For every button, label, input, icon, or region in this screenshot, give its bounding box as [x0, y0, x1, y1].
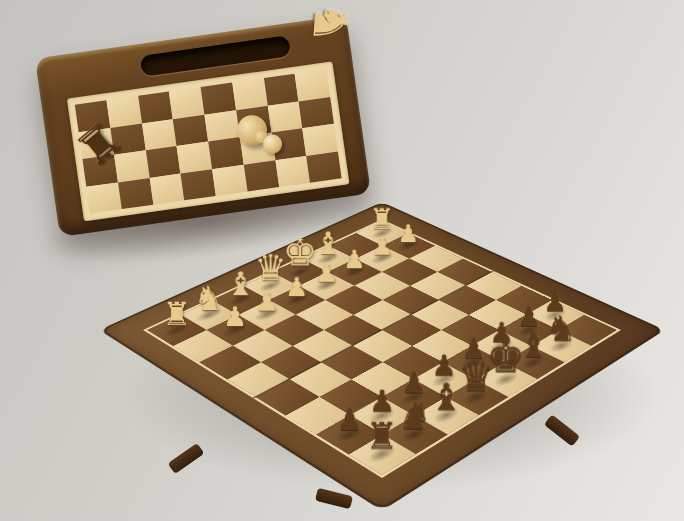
- magnetic-white-knight-piece[interactable]: ♞: [306, 0, 357, 46]
- piece-white-pawn[interactable]: ♟: [205, 303, 265, 330]
- case-square: [306, 151, 341, 183]
- case-square: [86, 182, 121, 214]
- photo-scene: ♜ ♞ ♜♞♝♛♚♝♜♟♟♟♟♟♟♟♟♟♟♟♟♟♟♟♜♞♝♛♚♝♞: [0, 0, 684, 521]
- case-square: [149, 173, 184, 205]
- pawn-head-ball: [262, 133, 283, 154]
- case-square: [243, 160, 278, 192]
- square-a8[interactable]: ♜: [348, 434, 415, 475]
- case-square: [275, 155, 310, 187]
- piece-white-rook[interactable]: ♜: [147, 298, 207, 330]
- magnetic-white-pawn-piece[interactable]: [235, 111, 287, 161]
- piece-black-rook[interactable]: ♜: [348, 418, 417, 455]
- square-b5[interactable]: [289, 362, 351, 397]
- case-square: [118, 177, 153, 209]
- case-square: [212, 164, 247, 196]
- case-square: [181, 169, 216, 201]
